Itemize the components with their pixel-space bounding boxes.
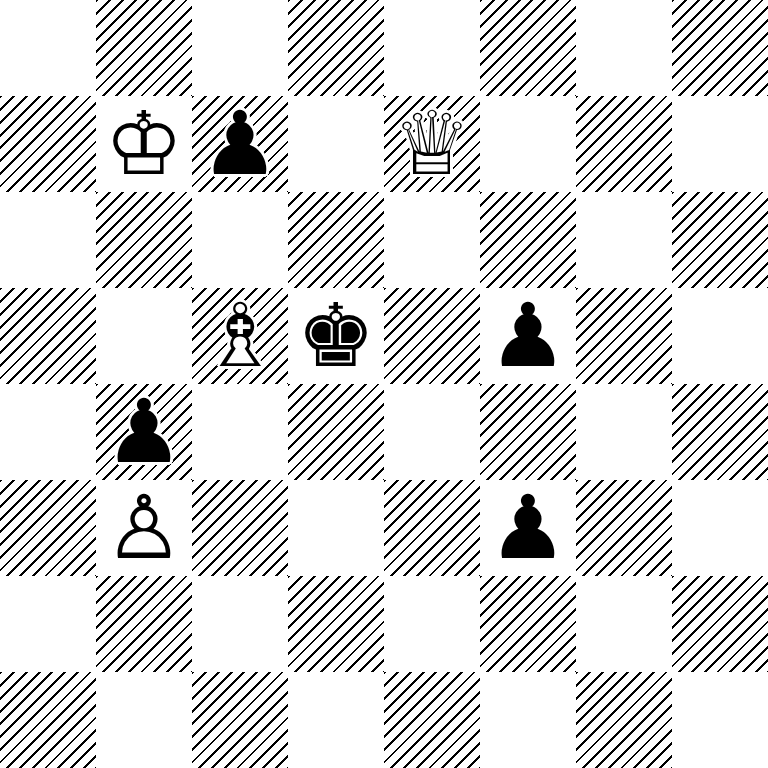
white-bishop: ♝♗ — [192, 288, 288, 384]
square-g2[interactable] — [576, 576, 672, 672]
black-pawn-glyph: ♟ — [192, 96, 288, 192]
square-h1[interactable] — [672, 672, 768, 768]
square-a6[interactable] — [0, 192, 96, 288]
square-b5[interactable] — [96, 288, 192, 384]
square-a8[interactable] — [0, 0, 96, 96]
square-e8[interactable] — [384, 0, 480, 96]
black-pawn: ♟♟ — [192, 96, 288, 192]
square-g8[interactable] — [576, 0, 672, 96]
square-d2[interactable] — [288, 576, 384, 672]
square-c5[interactable]: ♝♗ — [192, 288, 288, 384]
black-pawn-glyph: ♟ — [96, 384, 192, 480]
square-d5[interactable]: ♚♚ — [288, 288, 384, 384]
square-g7[interactable] — [576, 96, 672, 192]
white-pawn: ♟♙ — [96, 480, 192, 576]
square-c8[interactable] — [192, 0, 288, 96]
square-h7[interactable] — [672, 96, 768, 192]
white-queen: ♛♕ — [384, 96, 480, 192]
square-a7[interactable] — [0, 96, 96, 192]
square-h8[interactable] — [672, 0, 768, 96]
square-e6[interactable] — [384, 192, 480, 288]
square-f1[interactable] — [480, 672, 576, 768]
black-king: ♚♚ — [288, 288, 384, 384]
square-b6[interactable] — [96, 192, 192, 288]
square-e5[interactable] — [384, 288, 480, 384]
square-e4[interactable] — [384, 384, 480, 480]
square-f7[interactable] — [480, 96, 576, 192]
square-f6[interactable] — [480, 192, 576, 288]
square-b8[interactable] — [96, 0, 192, 96]
square-f3[interactable]: ♟♟ — [480, 480, 576, 576]
square-b3[interactable]: ♟♙ — [96, 480, 192, 576]
square-b7[interactable]: ♚♔ — [96, 96, 192, 192]
square-h4[interactable] — [672, 384, 768, 480]
square-g3[interactable] — [576, 480, 672, 576]
square-e3[interactable] — [384, 480, 480, 576]
black-pawn: ♟♟ — [480, 288, 576, 384]
white-king-glyph: ♔ — [96, 96, 192, 192]
black-pawn: ♟♟ — [480, 480, 576, 576]
square-c3[interactable] — [192, 480, 288, 576]
square-d1[interactable] — [288, 672, 384, 768]
square-h6[interactable] — [672, 192, 768, 288]
square-a4[interactable] — [0, 384, 96, 480]
black-pawn-glyph: ♟ — [480, 480, 576, 576]
square-f2[interactable] — [480, 576, 576, 672]
square-f4[interactable] — [480, 384, 576, 480]
white-bishop-glyph: ♗ — [192, 288, 288, 384]
square-c6[interactable] — [192, 192, 288, 288]
square-b1[interactable] — [96, 672, 192, 768]
black-king-glyph: ♚ — [288, 288, 384, 384]
square-d8[interactable] — [288, 0, 384, 96]
square-a1[interactable] — [0, 672, 96, 768]
white-queen-glyph: ♕ — [384, 96, 480, 192]
square-f8[interactable] — [480, 0, 576, 96]
black-pawn: ♟♟ — [96, 384, 192, 480]
square-g1[interactable] — [576, 672, 672, 768]
square-h5[interactable] — [672, 288, 768, 384]
square-e2[interactable] — [384, 576, 480, 672]
square-b2[interactable] — [96, 576, 192, 672]
square-d3[interactable] — [288, 480, 384, 576]
white-king: ♚♔ — [96, 96, 192, 192]
square-h2[interactable] — [672, 576, 768, 672]
square-h3[interactable] — [672, 480, 768, 576]
square-a2[interactable] — [0, 576, 96, 672]
square-b4[interactable]: ♟♟ — [96, 384, 192, 480]
square-e1[interactable] — [384, 672, 480, 768]
square-a5[interactable] — [0, 288, 96, 384]
chess-board: ♚♔♟♟♛♕♝♗♚♚♟♟♟♟♟♙♟♟ — [0, 0, 768, 768]
square-g6[interactable] — [576, 192, 672, 288]
square-f5[interactable]: ♟♟ — [480, 288, 576, 384]
white-pawn-glyph: ♙ — [96, 480, 192, 576]
square-c1[interactable] — [192, 672, 288, 768]
square-g5[interactable] — [576, 288, 672, 384]
square-c2[interactable] — [192, 576, 288, 672]
square-a3[interactable] — [0, 480, 96, 576]
black-pawn-glyph: ♟ — [480, 288, 576, 384]
square-d4[interactable] — [288, 384, 384, 480]
square-c7[interactable]: ♟♟ — [192, 96, 288, 192]
square-g4[interactable] — [576, 384, 672, 480]
square-d7[interactable] — [288, 96, 384, 192]
square-d6[interactable] — [288, 192, 384, 288]
square-e7[interactable]: ♛♕ — [384, 96, 480, 192]
square-c4[interactable] — [192, 384, 288, 480]
